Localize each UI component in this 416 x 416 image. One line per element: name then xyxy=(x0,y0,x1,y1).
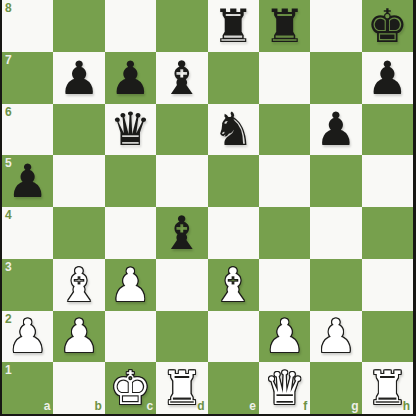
square-a7[interactable]: 7 xyxy=(2,52,53,104)
square-g4[interactable] xyxy=(310,207,361,259)
square-e2[interactable] xyxy=(208,311,259,363)
square-h1[interactable]: h♜ xyxy=(362,362,413,414)
square-b8[interactable] xyxy=(53,0,104,52)
square-g8[interactable] xyxy=(310,0,361,52)
square-f2[interactable]: ♟ xyxy=(259,311,310,363)
piece-black-rook[interactable]: ♜ xyxy=(259,0,310,52)
square-c1[interactable]: c♚ xyxy=(105,362,156,414)
square-g7[interactable] xyxy=(310,52,361,104)
piece-black-pawn[interactable]: ♟ xyxy=(53,52,104,104)
square-h6[interactable] xyxy=(362,104,413,156)
square-g6[interactable]: ♟ xyxy=(310,104,361,156)
piece-black-queen[interactable]: ♛ xyxy=(105,104,156,156)
rank-label-3: 3 xyxy=(5,261,12,273)
square-g1[interactable]: g xyxy=(310,362,361,414)
square-f7[interactable] xyxy=(259,52,310,104)
piece-black-bishop[interactable]: ♝ xyxy=(156,52,207,104)
square-h5[interactable] xyxy=(362,155,413,207)
square-d8[interactable] xyxy=(156,0,207,52)
piece-black-pawn[interactable]: ♟ xyxy=(362,52,413,104)
piece-black-pawn[interactable]: ♟ xyxy=(2,155,53,207)
square-a6[interactable]: 6 xyxy=(2,104,53,156)
piece-white-queen[interactable]: ♛ xyxy=(259,362,310,414)
square-b7[interactable]: ♟ xyxy=(53,52,104,104)
chess-board-frame: 8♜♜♚7♟♟♝♟6♛♞♟5♟4♝3♝♟♝2♟♟♟♟1abc♚d♜ef♛gh♜ xyxy=(0,0,416,416)
piece-black-rook[interactable]: ♜ xyxy=(208,0,259,52)
square-d4[interactable]: ♝ xyxy=(156,207,207,259)
square-h3[interactable] xyxy=(362,259,413,311)
square-a4[interactable]: 4 xyxy=(2,207,53,259)
file-label-b: b xyxy=(94,400,101,412)
square-a1[interactable]: 1a xyxy=(2,362,53,414)
piece-white-pawn[interactable]: ♟ xyxy=(53,311,104,363)
square-b4[interactable] xyxy=(53,207,104,259)
piece-white-king[interactable]: ♚ xyxy=(105,362,156,414)
square-b2[interactable]: ♟ xyxy=(53,311,104,363)
piece-white-bishop[interactable]: ♝ xyxy=(208,259,259,311)
square-c8[interactable] xyxy=(105,0,156,52)
square-f3[interactable] xyxy=(259,259,310,311)
piece-white-pawn[interactable]: ♟ xyxy=(259,311,310,363)
piece-white-pawn[interactable]: ♟ xyxy=(310,311,361,363)
square-e6[interactable]: ♞ xyxy=(208,104,259,156)
piece-white-pawn[interactable]: ♟ xyxy=(105,259,156,311)
square-c3[interactable]: ♟ xyxy=(105,259,156,311)
square-a5[interactable]: 5♟ xyxy=(2,155,53,207)
piece-white-bishop[interactable]: ♝ xyxy=(53,259,104,311)
piece-black-bishop[interactable]: ♝ xyxy=(156,207,207,259)
rank-label-6: 6 xyxy=(5,106,12,118)
square-h2[interactable] xyxy=(362,311,413,363)
piece-white-rook[interactable]: ♜ xyxy=(156,362,207,414)
square-c4[interactable] xyxy=(105,207,156,259)
file-label-g: g xyxy=(351,400,358,412)
square-d7[interactable]: ♝ xyxy=(156,52,207,104)
square-f6[interactable] xyxy=(259,104,310,156)
square-f8[interactable]: ♜ xyxy=(259,0,310,52)
square-e8[interactable]: ♜ xyxy=(208,0,259,52)
square-h8[interactable]: ♚ xyxy=(362,0,413,52)
square-d1[interactable]: d♜ xyxy=(156,362,207,414)
square-a2[interactable]: 2♟ xyxy=(2,311,53,363)
square-g2[interactable]: ♟ xyxy=(310,311,361,363)
square-h7[interactable]: ♟ xyxy=(362,52,413,104)
square-b6[interactable] xyxy=(53,104,104,156)
rank-label-4: 4 xyxy=(5,209,12,221)
piece-black-pawn[interactable]: ♟ xyxy=(105,52,156,104)
rank-label-7: 7 xyxy=(5,54,12,66)
square-c2[interactable] xyxy=(105,311,156,363)
square-h4[interactable] xyxy=(362,207,413,259)
file-label-e: e xyxy=(249,400,256,412)
square-d2[interactable] xyxy=(156,311,207,363)
square-a3[interactable]: 3 xyxy=(2,259,53,311)
square-f1[interactable]: f♛ xyxy=(259,362,310,414)
piece-black-knight[interactable]: ♞ xyxy=(208,104,259,156)
square-e5[interactable] xyxy=(208,155,259,207)
rank-label-1: 1 xyxy=(5,364,12,376)
square-e7[interactable] xyxy=(208,52,259,104)
square-d3[interactable] xyxy=(156,259,207,311)
chess-board: 8♜♜♚7♟♟♝♟6♛♞♟5♟4♝3♝♟♝2♟♟♟♟1abc♚d♜ef♛gh♜ xyxy=(2,0,413,414)
square-g5[interactable] xyxy=(310,155,361,207)
rank-label-8: 8 xyxy=(5,2,12,14)
piece-white-pawn[interactable]: ♟ xyxy=(2,311,53,363)
square-f5[interactable] xyxy=(259,155,310,207)
square-e1[interactable]: e xyxy=(208,362,259,414)
square-c6[interactable]: ♛ xyxy=(105,104,156,156)
piece-black-pawn[interactable]: ♟ xyxy=(310,104,361,156)
square-b3[interactable]: ♝ xyxy=(53,259,104,311)
piece-black-king[interactable]: ♚ xyxy=(362,0,413,52)
square-c7[interactable]: ♟ xyxy=(105,52,156,104)
square-f4[interactable] xyxy=(259,207,310,259)
square-c5[interactable] xyxy=(105,155,156,207)
piece-white-rook[interactable]: ♜ xyxy=(362,362,413,414)
square-e4[interactable] xyxy=(208,207,259,259)
square-g3[interactable] xyxy=(310,259,361,311)
square-a8[interactable]: 8 xyxy=(2,0,53,52)
square-d6[interactable] xyxy=(156,104,207,156)
square-e3[interactable]: ♝ xyxy=(208,259,259,311)
square-b1[interactable]: b xyxy=(53,362,104,414)
square-d5[interactable] xyxy=(156,155,207,207)
square-b5[interactable] xyxy=(53,155,104,207)
file-label-a: a xyxy=(44,400,51,412)
